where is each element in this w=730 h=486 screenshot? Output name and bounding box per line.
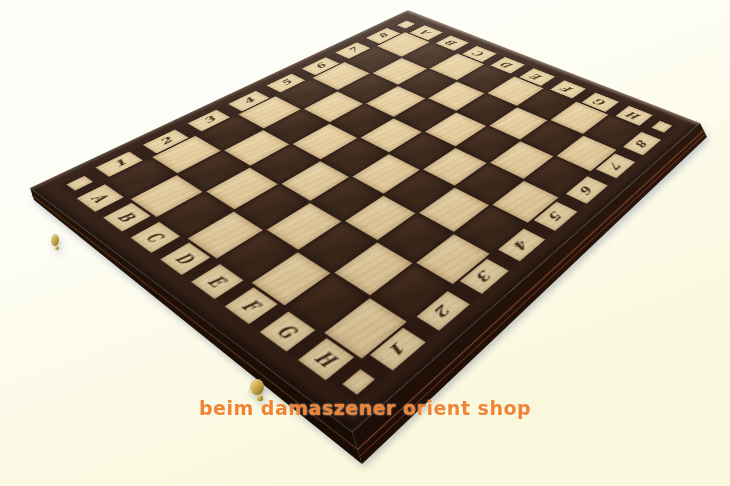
photo-stage: ABCDEFGH8877665544332211ABCDEFGH beim da… xyxy=(0,0,730,486)
coord-label: 5 xyxy=(278,79,295,88)
coord-label: H xyxy=(310,347,342,371)
coord-label: G xyxy=(591,97,609,107)
coord-label: F xyxy=(559,85,576,94)
coord-label: 7 xyxy=(345,47,361,54)
brass-hinge-icon xyxy=(51,234,59,250)
coord-label: 2 xyxy=(157,136,176,147)
coord-label: E xyxy=(203,272,231,290)
shop-caption: beim damaszener orient shop xyxy=(199,397,531,419)
coord-label: 8 xyxy=(633,138,652,148)
coord-label: 8 xyxy=(375,32,391,39)
coord-label: 4 xyxy=(240,96,258,105)
coord-label: 7 xyxy=(606,160,626,171)
coord-label: B xyxy=(443,39,460,47)
coord-label: 5 xyxy=(545,209,567,222)
coord-label: F xyxy=(237,296,265,315)
coord-label: 3 xyxy=(200,115,219,125)
coord-label: H xyxy=(624,110,644,121)
coord-label: C xyxy=(142,229,169,245)
coord-label: 1 xyxy=(385,339,411,358)
coord-label: G xyxy=(272,320,302,342)
coord-label: D xyxy=(171,249,199,267)
coord-label: 6 xyxy=(577,184,598,196)
coord-label: B xyxy=(113,209,140,225)
coord-label: C xyxy=(471,50,488,58)
coord-label: 3 xyxy=(473,268,497,284)
coord-label: 1 xyxy=(110,158,130,169)
coord-label: A xyxy=(418,29,435,37)
coord-label: 2 xyxy=(431,302,456,319)
coord-label: D xyxy=(499,61,517,70)
coord-label: 4 xyxy=(511,237,534,251)
coord-label: A xyxy=(87,191,113,205)
coord-label: E xyxy=(528,72,545,81)
coord-label: 6 xyxy=(312,62,329,70)
